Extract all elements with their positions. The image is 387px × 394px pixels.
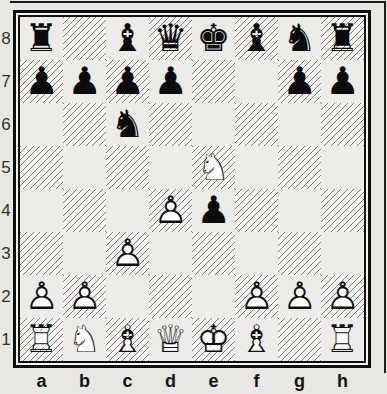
square-b8 — [63, 17, 106, 60]
file-label-b: b — [63, 370, 106, 393]
square-e3 — [192, 232, 235, 275]
square-b7: ♟ — [63, 60, 106, 103]
piece-white-bishop: ♝♗ — [235, 318, 278, 361]
piece-black-bishop: ♝ — [235, 17, 278, 60]
piece-white-rook: ♜♖ — [20, 318, 63, 361]
square-h5 — [321, 146, 364, 189]
square-c3: ♟♙ — [106, 232, 149, 275]
square-e5: ♞♘ — [192, 146, 235, 189]
square-f3 — [235, 232, 278, 275]
file-label-a: a — [20, 370, 63, 393]
piece-black-knight: ♞ — [278, 17, 321, 60]
square-e6 — [192, 103, 235, 146]
rank-label-4: 4 — [0, 189, 12, 232]
piece-black-pawn: ♟ — [149, 60, 192, 103]
square-e4: ♟ — [192, 189, 235, 232]
square-c7: ♟ — [106, 60, 149, 103]
piece-black-rook: ♜ — [20, 17, 63, 60]
square-b3 — [63, 232, 106, 275]
square-d5 — [149, 146, 192, 189]
file-label-h: h — [321, 370, 364, 393]
piece-white-pawn: ♟♙ — [235, 275, 278, 318]
square-a3 — [20, 232, 63, 275]
square-d7: ♟ — [149, 60, 192, 103]
rank-label-8: 8 — [0, 17, 12, 60]
square-d2 — [149, 275, 192, 318]
piece-white-pawn: ♟♙ — [149, 189, 192, 232]
rank-label-7: 7 — [0, 60, 12, 103]
square-g2: ♟♙ — [278, 275, 321, 318]
file-label-d: d — [149, 370, 192, 393]
piece-white-pawn: ♟♙ — [321, 275, 364, 318]
piece-black-pawn: ♟ — [278, 60, 321, 103]
square-a5 — [20, 146, 63, 189]
rank-label-3: 3 — [0, 232, 12, 275]
file-label-g: g — [278, 370, 321, 393]
file-label-e: e — [192, 370, 235, 393]
chess-diagram: ♜♝♛♚♝♞♜♟♟♟♟♟♟♞♞♘♟♙♟♟♙♟♙♟♙♟♙♟♙♟♙♜♖♞♘♝♗♛♕♚… — [0, 0, 387, 394]
piece-black-pawn: ♟ — [321, 60, 364, 103]
piece-black-pawn: ♟ — [63, 60, 106, 103]
square-c2 — [106, 275, 149, 318]
file-labels: abcdefgh — [13, 370, 371, 393]
square-f5 — [235, 146, 278, 189]
square-c6: ♞ — [106, 103, 149, 146]
square-b4 — [63, 189, 106, 232]
file-label-c: c — [106, 370, 149, 393]
piece-white-rook: ♜♖ — [321, 318, 364, 361]
piece-black-king: ♚ — [192, 17, 235, 60]
square-a8: ♜ — [20, 17, 63, 60]
rank-labels: 87654321 — [0, 10, 12, 368]
square-g1 — [278, 318, 321, 361]
square-c4 — [106, 189, 149, 232]
piece-black-pawn: ♟ — [106, 60, 149, 103]
square-a1: ♜♖ — [20, 318, 63, 361]
square-e7 — [192, 60, 235, 103]
square-d3 — [149, 232, 192, 275]
square-a7: ♟ — [20, 60, 63, 103]
piece-black-bishop: ♝ — [106, 17, 149, 60]
piece-black-knight: ♞ — [106, 103, 149, 146]
square-g8: ♞ — [278, 17, 321, 60]
piece-black-pawn: ♟ — [20, 60, 63, 103]
square-e1: ♚♔ — [192, 318, 235, 361]
piece-black-rook: ♜ — [321, 17, 364, 60]
square-f1: ♝♗ — [235, 318, 278, 361]
chess-board: ♜♝♛♚♝♞♜♟♟♟♟♟♟♞♞♘♟♙♟♟♙♟♙♟♙♟♙♟♙♟♙♜♖♞♘♝♗♛♕♚… — [13, 10, 371, 368]
square-h2: ♟♙ — [321, 275, 364, 318]
square-c8: ♝ — [106, 17, 149, 60]
square-a6 — [20, 103, 63, 146]
piece-white-pawn: ♟♙ — [20, 275, 63, 318]
piece-white-bishop: ♝♗ — [106, 318, 149, 361]
piece-white-queen: ♛♕ — [149, 318, 192, 361]
square-f8: ♝ — [235, 17, 278, 60]
rank-label-6: 6 — [0, 103, 12, 146]
piece-black-queen: ♛ — [149, 17, 192, 60]
square-c5 — [106, 146, 149, 189]
piece-white-pawn: ♟♙ — [106, 232, 149, 275]
piece-white-pawn: ♟♙ — [63, 275, 106, 318]
file-label-f: f — [235, 370, 278, 393]
square-f7 — [235, 60, 278, 103]
piece-black-pawn: ♟ — [192, 189, 235, 232]
square-b6 — [63, 103, 106, 146]
piece-white-king: ♚♔ — [192, 318, 235, 361]
square-d4: ♟♙ — [149, 189, 192, 232]
square-f6 — [235, 103, 278, 146]
square-f2: ♟♙ — [235, 275, 278, 318]
square-e2 — [192, 275, 235, 318]
square-e8: ♚ — [192, 17, 235, 60]
square-b1: ♞♘ — [63, 318, 106, 361]
piece-white-knight: ♞♘ — [63, 318, 106, 361]
square-h6 — [321, 103, 364, 146]
square-h3 — [321, 232, 364, 275]
square-d1: ♛♕ — [149, 318, 192, 361]
square-b2: ♟♙ — [63, 275, 106, 318]
rank-label-2: 2 — [0, 275, 12, 318]
square-f4 — [235, 189, 278, 232]
square-h4 — [321, 189, 364, 232]
piece-white-pawn: ♟♙ — [278, 275, 321, 318]
square-c1: ♝♗ — [106, 318, 149, 361]
rank-label-5: 5 — [0, 146, 12, 189]
square-b5 — [63, 146, 106, 189]
square-g4 — [278, 189, 321, 232]
square-h1: ♜♖ — [321, 318, 364, 361]
square-a4 — [20, 189, 63, 232]
square-h7: ♟ — [321, 60, 364, 103]
rank-label-1: 1 — [0, 318, 12, 361]
piece-white-knight: ♞♘ — [192, 146, 235, 189]
square-g3 — [278, 232, 321, 275]
square-d8: ♛ — [149, 17, 192, 60]
square-g7: ♟ — [278, 60, 321, 103]
square-g5 — [278, 146, 321, 189]
square-h8: ♜ — [321, 17, 364, 60]
board-grid: ♜♝♛♚♝♞♜♟♟♟♟♟♟♞♞♘♟♙♟♟♙♟♙♟♙♟♙♟♙♟♙♜♖♞♘♝♗♛♕♚… — [18, 15, 366, 363]
square-d6 — [149, 103, 192, 146]
square-a2: ♟♙ — [20, 275, 63, 318]
square-g6 — [278, 103, 321, 146]
